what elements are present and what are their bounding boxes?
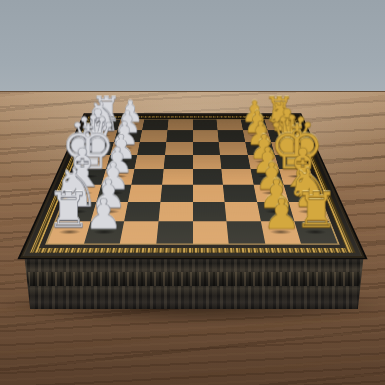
square [193,185,225,202]
square [193,222,229,244]
case-carved-band [28,272,360,286]
square [162,169,192,185]
piece-glyph: ♟︎ [66,193,141,235]
board-3d-view: ♜♟︎♟︎♜♞♟︎♟︎♞♝♟︎♟︎♝♛♟︎♟︎♛♚♟︎♟︎♚♝♟︎♟︎♝♞♟︎♟… [20,0,365,258]
piece-glyph: ♜ [279,186,354,235]
square [156,222,192,244]
square [160,185,192,202]
square [166,130,192,142]
square [193,169,223,185]
square [193,202,227,221]
square [164,155,193,169]
square [193,142,221,155]
square [193,120,218,131]
square [193,130,219,142]
chess-set-photo-scene: ♜♟︎♟︎♜♞♟︎♟︎♞♝♟︎♟︎♝♛♟︎♟︎♛♚♟︎♟︎♚♝♟︎♟︎♝♞♟︎♟… [0,0,385,385]
square [165,142,193,155]
chess-board: ♜♟︎♟︎♜♞♟︎♟︎♞♝♟︎♟︎♝♛♟︎♟︎♛♚♟︎♟︎♚♝♟︎♟︎♝♞♟︎♟… [20,114,365,258]
square [167,120,192,131]
square [193,155,222,169]
square [158,202,192,221]
